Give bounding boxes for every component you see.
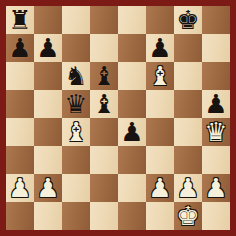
square-g1[interactable]: ♚ — [174, 202, 202, 230]
square-h3[interactable] — [202, 146, 230, 174]
piece-black-rook[interactable]: ♜ — [8, 6, 31, 34]
square-g2[interactable]: ♟ — [174, 174, 202, 202]
piece-white-king[interactable]: ♚ — [176, 202, 199, 230]
square-e5[interactable] — [118, 90, 146, 118]
square-d8[interactable] — [90, 6, 118, 34]
square-h8[interactable] — [202, 6, 230, 34]
square-d3[interactable] — [90, 146, 118, 174]
square-g6[interactable] — [174, 62, 202, 90]
square-e6[interactable] — [118, 62, 146, 90]
square-a3[interactable] — [6, 146, 34, 174]
piece-black-pawn[interactable]: ♟ — [120, 118, 143, 146]
square-g5[interactable] — [174, 90, 202, 118]
piece-white-queen[interactable]: ♛ — [204, 118, 227, 146]
square-h1[interactable] — [202, 202, 230, 230]
square-a1[interactable] — [6, 202, 34, 230]
chess-board-frame: ♜♚♟♟♟♞♝♝♛♝♟♝♟♛♟♟♟♟♟♚ — [0, 0, 236, 236]
piece-white-pawn[interactable]: ♟ — [176, 174, 199, 202]
square-f4[interactable] — [146, 118, 174, 146]
piece-black-pawn[interactable]: ♟ — [36, 34, 59, 62]
square-b7[interactable]: ♟ — [34, 34, 62, 62]
square-a7[interactable]: ♟ — [6, 34, 34, 62]
square-d1[interactable] — [90, 202, 118, 230]
square-e1[interactable] — [118, 202, 146, 230]
piece-black-queen[interactable]: ♛ — [64, 90, 87, 118]
square-a4[interactable] — [6, 118, 34, 146]
square-f5[interactable] — [146, 90, 174, 118]
square-h5[interactable]: ♟ — [202, 90, 230, 118]
square-e8[interactable] — [118, 6, 146, 34]
piece-white-pawn[interactable]: ♟ — [36, 174, 59, 202]
piece-white-pawn[interactable]: ♟ — [8, 174, 31, 202]
square-a8[interactable]: ♜ — [6, 6, 34, 34]
square-f8[interactable] — [146, 6, 174, 34]
square-c2[interactable] — [62, 174, 90, 202]
square-a2[interactable]: ♟ — [6, 174, 34, 202]
piece-black-pawn[interactable]: ♟ — [8, 34, 31, 62]
piece-black-pawn[interactable]: ♟ — [204, 90, 227, 118]
square-c7[interactable] — [62, 34, 90, 62]
square-f3[interactable] — [146, 146, 174, 174]
square-b4[interactable] — [34, 118, 62, 146]
square-c3[interactable] — [62, 146, 90, 174]
square-e7[interactable] — [118, 34, 146, 62]
piece-black-king[interactable]: ♚ — [176, 6, 199, 34]
square-b2[interactable]: ♟ — [34, 174, 62, 202]
piece-black-bishop[interactable]: ♝ — [92, 90, 115, 118]
square-g3[interactable] — [174, 146, 202, 174]
chess-board: ♜♚♟♟♟♞♝♝♛♝♟♝♟♛♟♟♟♟♟♚ — [6, 6, 230, 230]
square-d2[interactable] — [90, 174, 118, 202]
square-h4[interactable]: ♛ — [202, 118, 230, 146]
piece-white-bishop[interactable]: ♝ — [64, 118, 87, 146]
square-f6[interactable]: ♝ — [146, 62, 174, 90]
square-b3[interactable] — [34, 146, 62, 174]
square-g8[interactable]: ♚ — [174, 6, 202, 34]
square-d5[interactable]: ♝ — [90, 90, 118, 118]
square-c1[interactable] — [62, 202, 90, 230]
square-d6[interactable]: ♝ — [90, 62, 118, 90]
square-c8[interactable] — [62, 6, 90, 34]
square-b1[interactable] — [34, 202, 62, 230]
piece-white-pawn[interactable]: ♟ — [148, 174, 171, 202]
square-h7[interactable] — [202, 34, 230, 62]
square-c5[interactable]: ♛ — [62, 90, 90, 118]
square-b8[interactable] — [34, 6, 62, 34]
square-f7[interactable]: ♟ — [146, 34, 174, 62]
square-b5[interactable] — [34, 90, 62, 118]
square-d4[interactable] — [90, 118, 118, 146]
piece-white-pawn[interactable]: ♟ — [204, 174, 227, 202]
square-e3[interactable] — [118, 146, 146, 174]
square-h2[interactable]: ♟ — [202, 174, 230, 202]
square-c6[interactable]: ♞ — [62, 62, 90, 90]
square-g7[interactable] — [174, 34, 202, 62]
piece-black-pawn[interactable]: ♟ — [148, 34, 171, 62]
square-c4[interactable]: ♝ — [62, 118, 90, 146]
square-a6[interactable] — [6, 62, 34, 90]
piece-black-bishop[interactable]: ♝ — [92, 62, 115, 90]
square-d7[interactable] — [90, 34, 118, 62]
square-a5[interactable] — [6, 90, 34, 118]
square-b6[interactable] — [34, 62, 62, 90]
square-h6[interactable] — [202, 62, 230, 90]
square-f1[interactable] — [146, 202, 174, 230]
square-e4[interactable]: ♟ — [118, 118, 146, 146]
piece-black-knight[interactable]: ♞ — [64, 62, 87, 90]
square-g4[interactable] — [174, 118, 202, 146]
square-e2[interactable] — [118, 174, 146, 202]
piece-white-bishop[interactable]: ♝ — [148, 62, 171, 90]
square-f2[interactable]: ♟ — [146, 174, 174, 202]
